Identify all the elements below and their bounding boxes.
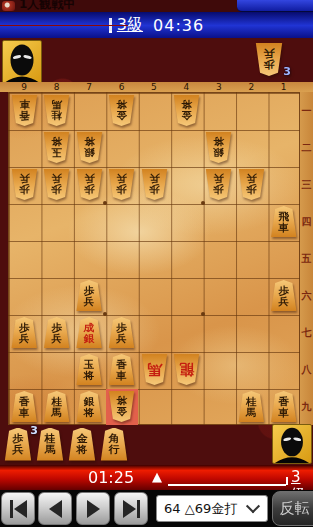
sente-hand-piece-角行[interactable]: 角行 xyxy=(100,428,128,461)
game-clock: 04:36 xyxy=(153,16,204,35)
file-label: 8 xyxy=(40,82,72,92)
rank-label: 四 xyxy=(300,203,313,240)
skip-to-start-icon xyxy=(10,500,13,518)
title-divider-line xyxy=(0,25,128,26)
shogi-piece-5三-歩兵[interactable]: 歩兵 xyxy=(141,169,168,200)
step-forward-icon xyxy=(87,500,100,518)
file-label: 6 xyxy=(105,82,137,92)
gote-hand: 歩兵3 xyxy=(255,42,311,80)
shogi-piece-9三-歩兵[interactable]: 歩兵 xyxy=(11,169,38,200)
rank-label: 六 xyxy=(300,277,313,314)
avatar-face-icon xyxy=(273,425,311,463)
rank-label: 三 xyxy=(300,166,313,203)
title-bar: 3級 04:36 xyxy=(0,12,313,38)
shogi-piece-9一-香車[interactable]: 香車 xyxy=(11,95,38,126)
left-triangle-icon xyxy=(14,500,27,518)
step-back-icon xyxy=(49,500,62,518)
shogi-piece-8七-歩兵[interactable]: 歩兵 xyxy=(43,317,70,348)
replay-controls: 64 △69金打 反転 xyxy=(0,490,313,527)
skip-to-end-button[interactable] xyxy=(114,492,148,525)
shogi-piece-1四-飛車[interactable]: 飛車 xyxy=(270,206,297,237)
file-label: 4 xyxy=(170,82,202,92)
step-forward-button[interactable] xyxy=(76,492,110,525)
chevron-down-icon xyxy=(246,499,260,513)
shogi-piece-7三-歩兵[interactable]: 歩兵 xyxy=(76,169,103,200)
move-list-dropdown[interactable]: 64 △69金打 xyxy=(156,495,268,522)
right-bar-icon xyxy=(137,500,140,518)
shogi-piece-6九-金将[interactable]: 金将 xyxy=(108,391,135,422)
skip-to-start-button[interactable] xyxy=(1,492,35,525)
gote-hand-piece-歩兵[interactable]: 歩兵3 xyxy=(255,43,283,76)
board-grid[interactable]: 香車桂馬金将金将玉将銀将銀将歩兵歩兵歩兵歩兵歩兵歩兵歩兵飛車歩兵歩兵歩兵歩兵成銀… xyxy=(8,92,300,425)
rank-labels: 一二三四五六七八九 xyxy=(300,92,313,425)
file-label: 7 xyxy=(73,82,105,92)
star-point xyxy=(103,201,107,205)
rank-label: 一 xyxy=(300,92,313,129)
shogi-piece-9七-歩兵[interactable]: 歩兵 xyxy=(11,317,38,348)
gote-avatar[interactable] xyxy=(2,40,42,84)
shogi-piece-1六-歩兵[interactable]: 歩兵 xyxy=(270,280,297,311)
sente-hand-piece-桂馬[interactable]: 桂馬 xyxy=(36,428,64,461)
shogi-piece-7六-歩兵[interactable]: 歩兵 xyxy=(76,280,103,311)
sente-hand-piece-歩兵[interactable]: 歩兵3 xyxy=(4,428,32,461)
rank-label: 七 xyxy=(300,314,313,351)
file-label: 3 xyxy=(203,82,235,92)
turn-marker-icon: ▲ xyxy=(152,469,162,484)
shogi-piece-3三-歩兵[interactable]: 歩兵 xyxy=(205,169,232,200)
shogi-piece-2三-歩兵[interactable]: 歩兵 xyxy=(238,169,265,200)
sente-hand: 歩兵3桂馬金将角行 xyxy=(4,427,144,465)
shogi-app-window: 1人観戦中 3級 04:36 歩兵3 987654321 香車桂馬金将金将玉将銀… xyxy=(0,0,313,527)
shogi-piece-8三-歩兵[interactable]: 歩兵 xyxy=(43,169,70,200)
current-move-label: 64 △69金打 xyxy=(157,500,248,518)
shogi-piece-8二-玉将[interactable]: 玉将 xyxy=(43,132,70,163)
timer-bar: 01:25 ▲ 3級 xyxy=(0,465,313,490)
shogi-piece-8一-桂馬[interactable]: 桂馬 xyxy=(43,95,70,126)
player-clock: 01:25 xyxy=(88,468,134,487)
skip-to-end-icon xyxy=(123,500,136,518)
file-label: 9 xyxy=(8,82,40,92)
shogi-piece-8九-桂馬[interactable]: 桂馬 xyxy=(43,391,70,422)
flip-board-button[interactable]: 反転 xyxy=(272,491,313,526)
top-banner: 1人観戦中 xyxy=(0,0,313,12)
file-label: 2 xyxy=(235,82,267,92)
shogi-piece-6一-金将[interactable]: 金将 xyxy=(108,95,135,126)
shogi-piece-6八-香車[interactable]: 香車 xyxy=(108,354,135,385)
shogi-piece-6七-歩兵[interactable]: 歩兵 xyxy=(108,317,135,348)
shogi-piece-7九-銀将[interactable]: 銀将 xyxy=(76,391,103,422)
top-right-button-fragment[interactable] xyxy=(237,0,313,12)
sente-hand-piece-金将[interactable]: 金将 xyxy=(68,428,96,461)
shogi-piece-4八-龍[interactable]: 龍 xyxy=(173,354,200,385)
file-label: 1 xyxy=(268,82,300,92)
star-point xyxy=(201,201,205,205)
banner-spectators-label: 1人観戦中 xyxy=(19,0,75,12)
rank-label: 二 xyxy=(300,129,313,166)
star-point xyxy=(103,312,107,316)
shogi-piece-1九-香車[interactable]: 香車 xyxy=(270,391,297,422)
shogi-piece-9九-香車[interactable]: 香車 xyxy=(11,391,38,422)
star-point xyxy=(201,312,205,316)
rank-label: 九 xyxy=(300,388,313,425)
file-labels: 987654321 xyxy=(0,82,313,92)
sente-avatar[interactable] xyxy=(272,424,312,464)
banner-icon xyxy=(2,1,15,11)
shogi-piece-7七-成銀[interactable]: 成銀 xyxy=(76,317,103,348)
rank-label: 五 xyxy=(300,240,313,277)
shogi-piece-3二-銀将[interactable]: 銀将 xyxy=(205,132,232,163)
hand-piece-count: 3 xyxy=(283,65,291,78)
step-back-button[interactable] xyxy=(38,492,72,525)
file-label: 5 xyxy=(138,82,170,92)
timer-underline xyxy=(168,471,286,486)
shogi-piece-4一-金将[interactable]: 金将 xyxy=(173,95,200,126)
shogi-piece-7八-玉将[interactable]: 玉将 xyxy=(76,354,103,385)
shogi-piece-5八-馬[interactable]: 馬 xyxy=(141,354,168,385)
shogi-piece-2九-桂馬[interactable]: 桂馬 xyxy=(238,391,265,422)
shogi-piece-7二-銀将[interactable]: 銀将 xyxy=(76,132,103,163)
shogi-piece-6三-歩兵[interactable]: 歩兵 xyxy=(108,169,135,200)
rank-label: 八 xyxy=(300,351,313,388)
timer-tick xyxy=(286,477,288,485)
avatar-face-icon xyxy=(3,41,41,83)
